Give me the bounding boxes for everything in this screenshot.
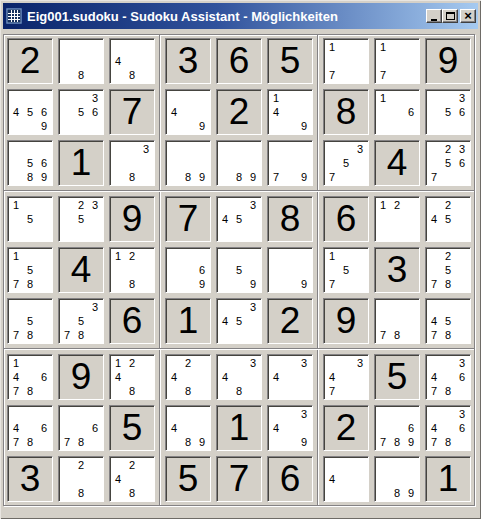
candidates: 4 [325,458,367,500]
cell-r3c2[interactable]: 1 [58,140,104,186]
candidate-4: 4 [167,370,181,384]
candidate-7: 7 [9,435,23,449]
candidate-9: 9 [297,170,311,184]
candidate-1: 1 [376,198,390,212]
candidate-8: 8 [441,277,455,291]
cell-r8c7[interactable]: 2 [323,405,369,451]
cell-value: 2 [324,406,368,450]
candidates: 1578 [9,249,51,291]
cell-r8c6[interactable]: 349 [267,405,313,451]
candidates: 8 [60,40,102,82]
cell-value: 7 [110,90,154,134]
candidate-1: 1 [9,198,23,212]
candidate-8: 8 [181,435,195,449]
candidate-7: 7 [325,68,339,82]
candidates: 48 [111,40,153,82]
candidate-7: 7 [376,435,390,449]
cell-value: 2 [8,39,52,83]
cell-value: 1 [426,457,470,501]
candidate-6: 6 [455,105,469,119]
candidate-2: 2 [441,198,455,212]
candidate-2: 2 [74,458,88,472]
cell-r1c1[interactable]: 2 [7,38,53,84]
cell-value: 5 [166,457,210,501]
cell-r6c3[interactable]: 6 [109,298,155,344]
sudoku-grid-icon[interactable] [6,8,22,24]
candidate-3: 3 [455,356,469,370]
cell-r9c6[interactable]: 6 [267,456,313,502]
cell-value: 3 [166,39,210,83]
cell-value: 3 [8,457,52,501]
candidate-4: 4 [427,370,441,384]
cell-r1c7[interactable]: 17 [323,38,369,84]
cell-r7c3[interactable]: 1248 [109,354,155,400]
candidate-1: 1 [269,91,283,105]
cell-r5c7[interactable]: 157 [323,247,369,293]
cell-r7c7[interactable]: 347 [323,354,369,400]
cell-r4c3[interactable]: 9 [109,196,155,242]
cell-r9c1[interactable]: 3 [7,456,53,502]
candidates: 34678 [427,407,469,449]
cell-r6c5[interactable]: 345 [216,298,262,344]
candidate-5: 5 [339,156,353,170]
candidate-7: 7 [269,170,283,184]
candidate-5: 5 [74,212,88,226]
candidate-3: 3 [246,300,260,314]
cell-r1c8[interactable]: 17 [374,38,420,84]
candidates: 235 [60,198,102,240]
box-divider-vertical-1 [159,35,161,505]
candidates: 89 [376,458,418,500]
candidate-8: 8 [441,328,455,342]
cell-value: 4 [59,248,103,292]
candidate-4: 4 [111,472,125,486]
cell-r6c1[interactable]: 578 [7,298,53,344]
candidates: 245 [427,198,469,240]
candidates: 78 [376,300,418,342]
candidate-4: 4 [218,212,232,226]
cell-r7c6[interactable]: 34 [267,354,313,400]
candidates: 149 [269,91,311,133]
candidates: 2578 [427,249,469,291]
candidate-8: 8 [23,170,37,184]
cell-r6c4[interactable]: 1 [165,298,211,344]
cell-r6c6[interactable]: 2 [267,298,313,344]
candidate-5: 5 [23,263,37,277]
box-2-1: 1523591578412857835786 [7,196,155,344]
candidate-7: 7 [60,435,74,449]
candidates: 69 [167,249,209,291]
candidate-2: 2 [390,198,404,212]
candidate-5: 5 [441,105,455,119]
candidates: 345 [218,300,260,342]
cell-value: 9 [59,355,103,399]
cell-r8c5[interactable]: 1 [216,405,262,451]
cell-value: 6 [324,197,368,241]
box-2-3: 612245157325789784578 [323,196,471,344]
candidate-3: 3 [353,356,367,370]
candidate-8: 8 [441,435,455,449]
candidate-4: 4 [218,314,232,328]
candidates: 489 [167,407,209,449]
candidate-6: 6 [37,421,51,435]
cell-r3c6[interactable]: 79 [267,140,313,186]
cell-r1c3[interactable]: 48 [109,38,155,84]
candidate-4: 4 [269,105,283,119]
cell-r2c9[interactable]: 356 [425,89,471,135]
box-divider-horizontal-2 [4,348,474,350]
candidates: 1248 [111,356,153,398]
candidates: 9 [269,249,311,291]
candidate-4: 4 [427,314,441,328]
candidates: 356 [427,91,469,133]
cell-value: 9 [426,39,470,83]
cell-r3c1[interactable]: 5689 [7,140,53,186]
candidate-5: 5 [232,263,246,277]
cell-r4c4[interactable]: 7 [165,196,211,242]
candidate-8: 8 [74,486,88,500]
candidates: 17 [325,40,367,82]
candidate-8: 8 [23,384,37,398]
close-button[interactable]: × [460,9,476,23]
candidate-7: 7 [325,170,339,184]
candidate-7: 7 [427,328,441,342]
cell-r4c9[interactable]: 245 [425,196,471,242]
candidates: 79 [269,142,311,184]
candidates: 49 [167,91,209,133]
cell-r5c5[interactable]: 59 [216,247,262,293]
candidate-5: 5 [23,314,37,328]
cell-r2c8[interactable]: 16 [374,89,420,135]
candidate-9: 9 [297,119,311,133]
candidates: 248 [167,356,209,398]
candidates: 678 [60,407,102,449]
candidates: 357 [325,142,367,184]
candidate-7: 7 [9,328,23,342]
candidate-6: 6 [455,156,469,170]
candidate-9: 9 [297,277,311,291]
cell-value: 6 [110,299,154,343]
cell-r6c2[interactable]: 3578 [58,298,104,344]
candidate-5: 5 [441,156,455,170]
candidate-1: 1 [9,356,23,370]
candidate-8: 8 [232,170,246,184]
candidate-6: 6 [37,105,51,119]
candidates: 89 [218,142,260,184]
cell-r7c9[interactable]: 34678 [425,354,471,400]
candidate-6: 6 [455,421,469,435]
cell-r4c6[interactable]: 8 [267,196,313,242]
candidate-8: 8 [390,435,404,449]
candidate-8: 8 [23,435,37,449]
box-1-3: 17179816356357423567 [323,38,471,186]
cell-r8c8[interactable]: 6789 [374,405,420,451]
box-3-1: 146789124846786785328248 [7,354,155,502]
cell-r9c9[interactable]: 1 [425,456,471,502]
cell-r9c5[interactable]: 7 [216,456,262,502]
box-divider-vertical-2 [317,35,319,505]
candidate-8: 8 [441,384,455,398]
candidate-5: 5 [232,212,246,226]
app-window: Eig001.sudoku - Sudoku Assistant - Mögli… [0,0,481,519]
candidate-7: 7 [427,277,441,291]
cell-r8c2[interactable]: 678 [58,405,104,451]
candidates: 348 [218,356,260,398]
candidate-3: 3 [455,142,469,156]
candidate-9: 9 [404,435,418,449]
candidate-6: 6 [88,421,102,435]
candidate-8: 8 [181,384,195,398]
candidate-6: 6 [37,156,51,170]
cell-r9c7[interactable]: 4 [323,456,369,502]
candidate-4: 4 [325,472,339,486]
cell-r3c5[interactable]: 89 [216,140,262,186]
candidate-5: 5 [74,314,88,328]
cell-r2c6[interactable]: 149 [267,89,313,135]
cell-r3c9[interactable]: 23567 [425,140,471,186]
maximize-button[interactable] [442,9,458,23]
candidate-5: 5 [74,105,88,119]
cell-r5c1[interactable]: 1578 [7,247,53,293]
candidate-9: 9 [297,435,311,449]
candidate-8: 8 [390,328,404,342]
candidate-8: 8 [181,170,195,184]
candidate-2: 2 [441,142,455,156]
candidate-6: 6 [404,421,418,435]
cell-r7c2[interactable]: 9 [58,354,104,400]
candidate-7: 7 [427,435,441,449]
box-2-2: 734586959913452 [165,196,313,344]
cell-r8c3[interactable]: 5 [109,405,155,451]
candidate-8: 8 [74,68,88,82]
candidate-7: 7 [325,384,339,398]
candidates: 128 [111,249,153,291]
cell-value: 8 [324,90,368,134]
candidate-3: 3 [353,142,367,156]
cell-r4c1[interactable]: 15 [7,196,53,242]
candidates: 17 [376,40,418,82]
candidates: 34678 [427,356,469,398]
candidate-1: 1 [376,91,390,105]
cell-r7c1[interactable]: 14678 [7,354,53,400]
box-3-2: 248348344891349576 [165,354,313,502]
candidate-8: 8 [74,328,88,342]
candidate-8: 8 [23,277,37,291]
box-1-2: 365492149898979 [165,38,313,186]
candidate-4: 4 [111,370,125,384]
candidate-4: 4 [325,370,339,384]
cell-r8c9[interactable]: 34678 [425,405,471,451]
cell-value: 6 [217,39,261,83]
cell-r8c4[interactable]: 489 [165,405,211,451]
candidate-4: 4 [218,370,232,384]
candidate-8: 8 [232,384,246,398]
box-3-3: 34753467826789346784891 [323,354,471,502]
candidate-9: 9 [195,435,209,449]
candidate-3: 3 [297,356,311,370]
candidate-4: 4 [9,105,23,119]
candidate-8: 8 [125,486,139,500]
candidate-7: 7 [427,170,441,184]
cell-r3c7[interactable]: 357 [323,140,369,186]
cell-r2c1[interactable]: 4569 [7,89,53,135]
titlebar[interactable]: Eig001.sudoku - Sudoku Assistant - Mögli… [3,3,478,29]
candidates: 38 [111,142,153,184]
cell-r7c4[interactable]: 248 [165,354,211,400]
cell-r5c4[interactable]: 69 [165,247,211,293]
cell-value: 2 [217,90,261,134]
cell-r1c6[interactable]: 5 [267,38,313,84]
candidate-5: 5 [232,314,246,328]
candidate-8: 8 [125,277,139,291]
candidate-4: 4 [167,105,181,119]
cell-r4c7[interactable]: 6 [323,196,369,242]
candidate-2: 2 [125,356,139,370]
cell-r3c3[interactable]: 38 [109,140,155,186]
candidate-3: 3 [88,91,102,105]
candidates: 16 [376,91,418,133]
cell-r5c2[interactable]: 4 [58,247,104,293]
candidate-7: 7 [325,277,339,291]
candidate-5: 5 [441,263,455,277]
candidate-2: 2 [74,198,88,212]
candidates: 4578 [427,300,469,342]
candidate-9: 9 [195,277,209,291]
candidate-6: 6 [195,263,209,277]
cell-r1c4[interactable]: 3 [165,38,211,84]
candidates: 89 [167,142,209,184]
cell-r5c8[interactable]: 3 [374,247,420,293]
candidate-2: 2 [125,458,139,472]
cell-value: 8 [268,197,312,241]
candidate-4: 4 [427,212,441,226]
candidate-5: 5 [23,212,37,226]
candidates: 5689 [9,142,51,184]
candidates: 578 [9,300,51,342]
candidate-7: 7 [60,328,74,342]
candidates: 157 [325,249,367,291]
cell-r1c9[interactable]: 9 [425,38,471,84]
minimize-icon [431,19,437,21]
candidate-3: 3 [88,198,102,212]
candidate-8: 8 [125,68,139,82]
cell-r3c8[interactable]: 4 [374,140,420,186]
candidate-3: 3 [297,407,311,421]
candidate-9: 9 [246,170,260,184]
candidate-2: 2 [125,249,139,263]
window-controls: × [426,9,476,23]
cell-r1c2[interactable]: 8 [58,38,104,84]
candidate-6: 6 [404,105,418,119]
cell-r4c5[interactable]: 345 [216,196,262,242]
candidates: 14678 [9,356,51,398]
cell-r9c8[interactable]: 89 [374,456,420,502]
candidate-3: 3 [455,91,469,105]
candidates: 347 [325,356,367,398]
candidate-1: 1 [9,249,23,263]
cell-value: 7 [166,197,210,241]
candidate-3: 3 [246,198,260,212]
cell-r2c2[interactable]: 356 [58,89,104,135]
candidate-4: 4 [167,421,181,435]
candidates: 15 [9,198,51,240]
candidate-5: 5 [441,212,455,226]
cell-r9c2[interactable]: 28 [58,456,104,502]
cell-r7c5[interactable]: 348 [216,354,262,400]
candidates: 23567 [427,142,469,184]
candidate-7: 7 [376,68,390,82]
window-title: Eig001.sudoku - Sudoku Assistant - Mögli… [27,9,426,24]
candidate-5: 5 [339,263,353,277]
candidate-9: 9 [195,170,209,184]
candidate-8: 8 [23,328,37,342]
cell-value: 9 [110,197,154,241]
candidates: 345 [218,198,260,240]
cell-r4c8[interactable]: 12 [374,196,420,242]
cell-r2c4[interactable]: 49 [165,89,211,135]
cell-r5c6[interactable]: 9 [267,247,313,293]
candidate-3: 3 [246,356,260,370]
candidate-9: 9 [195,119,209,133]
cell-value: 1 [166,299,210,343]
candidates: 28 [60,458,102,500]
cell-r9c3[interactable]: 248 [109,456,155,502]
candidate-7: 7 [427,384,441,398]
cell-r4c2[interactable]: 235 [58,196,104,242]
cell-value: 5 [110,406,154,450]
candidate-9: 9 [404,486,418,500]
cell-value: 1 [59,141,103,185]
cell-r2c7[interactable]: 8 [323,89,369,135]
cell-r6c7[interactable]: 9 [323,298,369,344]
candidate-5: 5 [441,314,455,328]
candidate-6: 6 [455,370,469,384]
cell-r6c8[interactable]: 78 [374,298,420,344]
cell-r5c3[interactable]: 128 [109,247,155,293]
cell-r2c5[interactable]: 2 [216,89,262,135]
cell-value: 7 [217,457,261,501]
cell-r2c3[interactable]: 7 [109,89,155,135]
cell-r1c5[interactable]: 6 [216,38,262,84]
candidates: 248 [111,458,153,500]
candidate-3: 3 [455,407,469,421]
box-1-1: 2848456935675689138 [7,38,155,186]
candidate-6: 6 [37,370,51,384]
cell-value: 5 [375,355,419,399]
cell-r6c9[interactable]: 4578 [425,298,471,344]
cell-r9c4[interactable]: 5 [165,456,211,502]
candidate-7: 7 [9,384,23,398]
candidate-8: 8 [390,486,404,500]
candidate-6: 6 [88,105,102,119]
candidates: 349 [269,407,311,449]
candidate-1: 1 [111,356,125,370]
candidate-9: 9 [37,170,51,184]
cell-r7c8[interactable]: 5 [374,354,420,400]
candidates: 12 [376,198,418,240]
candidate-7: 7 [9,277,23,291]
minimize-button[interactable] [426,9,442,23]
cell-r5c9[interactable]: 2578 [425,247,471,293]
candidate-9: 9 [37,119,51,133]
candidates: 34 [269,356,311,398]
close-icon: × [464,11,472,21]
cell-r3c4[interactable]: 89 [165,140,211,186]
candidate-8: 8 [74,435,88,449]
candidate-1: 1 [325,249,339,263]
candidate-2: 2 [441,249,455,263]
cell-r8c1[interactable]: 4678 [7,405,53,451]
